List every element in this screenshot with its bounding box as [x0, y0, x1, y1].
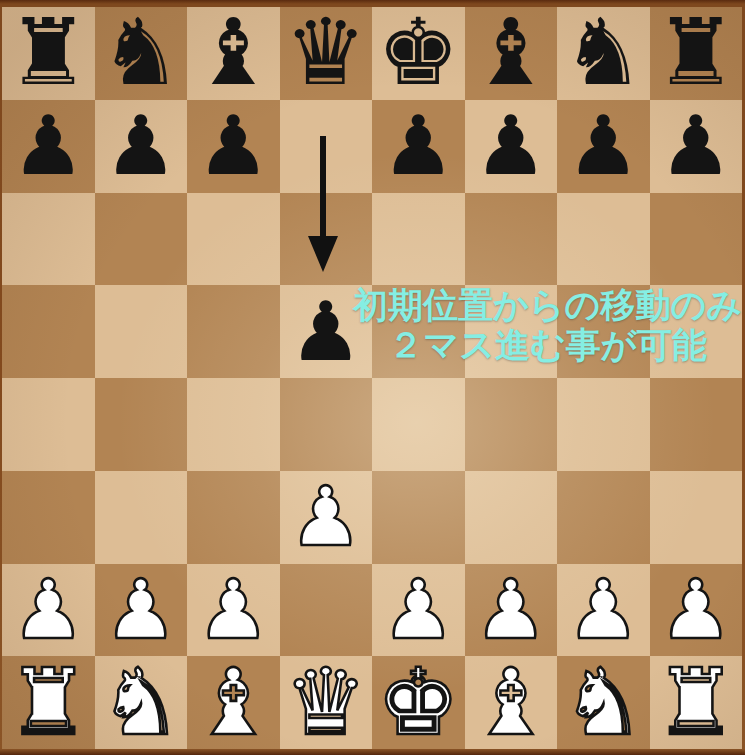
white-king-e1[interactable]: ♚: [377, 657, 459, 749]
square-a6[interactable]: [2, 193, 95, 286]
square-a2[interactable]: ♟: [2, 564, 95, 657]
square-e2[interactable]: ♟: [372, 564, 465, 657]
square-d8[interactable]: ♛: [280, 7, 373, 100]
square-h3[interactable]: [650, 471, 743, 564]
square-d1[interactable]: ♛: [280, 656, 373, 749]
square-h5[interactable]: [650, 285, 743, 378]
black-rook-h8[interactable]: ♜: [655, 7, 737, 99]
square-h4[interactable]: [650, 378, 743, 471]
square-e6[interactable]: [372, 193, 465, 286]
square-h1[interactable]: ♜: [650, 656, 743, 749]
square-c6[interactable]: [187, 193, 280, 286]
square-c1[interactable]: ♝: [187, 656, 280, 749]
white-pawn-h2[interactable]: ♟: [659, 569, 733, 651]
square-f4[interactable]: [465, 378, 558, 471]
board: ♜♞♝♛♚♝♞♜♟♟♟♟♟♟♟♟♟♟♟♟♟♟♟♟♜♞♝♛♚♝♞♜: [2, 7, 742, 749]
black-knight-b8[interactable]: ♞: [100, 7, 182, 99]
black-king-e8[interactable]: ♚: [377, 7, 459, 99]
square-e4[interactable]: [372, 378, 465, 471]
white-bishop-c1[interactable]: ♝: [192, 657, 274, 749]
square-d3[interactable]: ♟: [280, 471, 373, 564]
square-g4[interactable]: [557, 378, 650, 471]
square-c4[interactable]: [187, 378, 280, 471]
square-d6[interactable]: [280, 193, 373, 286]
black-queen-d8[interactable]: ♛: [285, 7, 367, 99]
square-b6[interactable]: [95, 193, 188, 286]
square-a5[interactable]: [2, 285, 95, 378]
square-e7[interactable]: ♟: [372, 100, 465, 193]
black-bishop-f8[interactable]: ♝: [470, 7, 552, 99]
white-pawn-e2[interactable]: ♟: [381, 569, 455, 651]
square-g5[interactable]: [557, 285, 650, 378]
square-h2[interactable]: ♟: [650, 564, 743, 657]
square-b2[interactable]: ♟: [95, 564, 188, 657]
white-queen-d1[interactable]: ♛: [285, 657, 367, 749]
black-pawn-g7[interactable]: ♟: [566, 105, 640, 187]
white-rook-h1[interactable]: ♜: [655, 657, 737, 749]
square-b8[interactable]: ♞: [95, 7, 188, 100]
square-b1[interactable]: ♞: [95, 656, 188, 749]
square-f3[interactable]: [465, 471, 558, 564]
square-d2[interactable]: [280, 564, 373, 657]
square-c2[interactable]: ♟: [187, 564, 280, 657]
square-b4[interactable]: [95, 378, 188, 471]
square-g8[interactable]: ♞: [557, 7, 650, 100]
white-bishop-f1[interactable]: ♝: [470, 657, 552, 749]
square-a8[interactable]: ♜: [2, 7, 95, 100]
black-pawn-e7[interactable]: ♟: [381, 105, 455, 187]
square-a7[interactable]: ♟: [2, 100, 95, 193]
square-g7[interactable]: ♟: [557, 100, 650, 193]
square-f2[interactable]: ♟: [465, 564, 558, 657]
black-pawn-f7[interactable]: ♟: [474, 105, 548, 187]
square-d5[interactable]: ♟: [280, 285, 373, 378]
black-pawn-b7[interactable]: ♟: [104, 105, 178, 187]
chessboard-diagram: ♜♞♝♛♚♝♞♜♟♟♟♟♟♟♟♟♟♟♟♟♟♟♟♟♜♞♝♛♚♝♞♜ 初期位置からの…: [0, 0, 745, 755]
black-knight-g8[interactable]: ♞: [562, 7, 644, 99]
square-b7[interactable]: ♟: [95, 100, 188, 193]
square-f7[interactable]: ♟: [465, 100, 558, 193]
white-knight-b1[interactable]: ♞: [100, 657, 182, 749]
square-g2[interactable]: ♟: [557, 564, 650, 657]
square-b5[interactable]: [95, 285, 188, 378]
square-f1[interactable]: ♝: [465, 656, 558, 749]
square-h8[interactable]: ♜: [650, 7, 743, 100]
square-f8[interactable]: ♝: [465, 7, 558, 100]
square-b3[interactable]: [95, 471, 188, 564]
black-pawn-h7[interactable]: ♟: [659, 105, 733, 187]
square-d7[interactable]: [280, 100, 373, 193]
square-a1[interactable]: ♜: [2, 656, 95, 749]
white-pawn-f2[interactable]: ♟: [474, 569, 548, 651]
black-pawn-a7[interactable]: ♟: [11, 105, 85, 187]
square-f5[interactable]: [465, 285, 558, 378]
square-f6[interactable]: [465, 193, 558, 286]
square-e8[interactable]: ♚: [372, 7, 465, 100]
square-c5[interactable]: [187, 285, 280, 378]
white-pawn-a2[interactable]: ♟: [11, 569, 85, 651]
square-c7[interactable]: ♟: [187, 100, 280, 193]
square-c8[interactable]: ♝: [187, 7, 280, 100]
square-a4[interactable]: [2, 378, 95, 471]
square-d4[interactable]: [280, 378, 373, 471]
black-rook-a8[interactable]: ♜: [7, 7, 89, 99]
white-pawn-d3[interactable]: ♟: [289, 476, 363, 558]
square-h7[interactable]: ♟: [650, 100, 743, 193]
square-e3[interactable]: [372, 471, 465, 564]
black-bishop-c8[interactable]: ♝: [192, 7, 274, 99]
square-g6[interactable]: [557, 193, 650, 286]
square-a3[interactable]: [2, 471, 95, 564]
white-rook-a1[interactable]: ♜: [7, 657, 89, 749]
white-knight-g1[interactable]: ♞: [562, 657, 644, 749]
square-h6[interactable]: [650, 193, 743, 286]
square-c3[interactable]: [187, 471, 280, 564]
black-pawn-c7[interactable]: ♟: [196, 105, 270, 187]
white-pawn-c2[interactable]: ♟: [196, 569, 270, 651]
white-pawn-g2[interactable]: ♟: [566, 569, 640, 651]
square-g3[interactable]: [557, 471, 650, 564]
black-pawn-d5[interactable]: ♟: [289, 291, 363, 373]
square-e5[interactable]: [372, 285, 465, 378]
white-pawn-b2[interactable]: ♟: [104, 569, 178, 651]
square-g1[interactable]: ♞: [557, 656, 650, 749]
square-e1[interactable]: ♚: [372, 656, 465, 749]
